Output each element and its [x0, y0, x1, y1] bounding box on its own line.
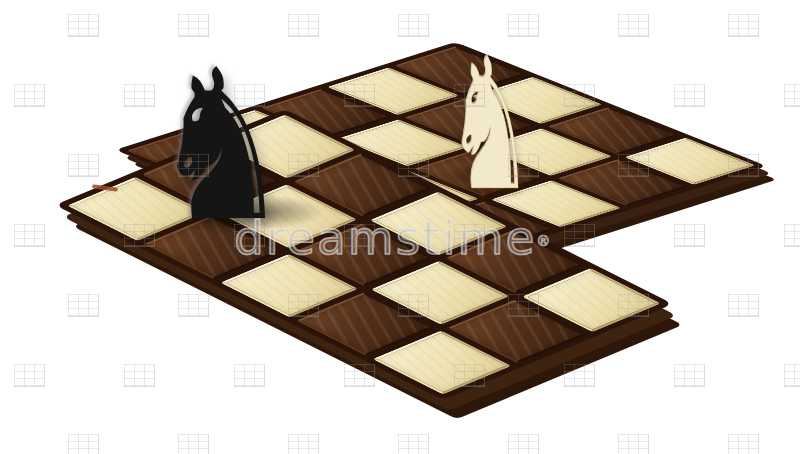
- photo-grid-icon: [674, 224, 705, 247]
- photo-grid-icon: [784, 84, 800, 107]
- photo-grid-icon: [288, 14, 319, 37]
- photo-grid-icon: [178, 434, 209, 454]
- photo-grid-icon: [618, 14, 649, 37]
- photo-grid-icon: [674, 84, 705, 107]
- photo-grid-icon: [564, 364, 595, 387]
- photo-grid-icon: [288, 434, 319, 454]
- photo-grid-icon: [124, 84, 155, 107]
- photo-grid-icon: [68, 294, 99, 317]
- photo-grid-icon: [728, 294, 759, 317]
- photo-grid-icon: [398, 434, 429, 454]
- photo-grid-icon: [344, 364, 375, 387]
- watermark-word: dreamstime: [234, 210, 536, 265]
- photo-grid-icon: [14, 364, 45, 387]
- photo-grid-icon: [68, 154, 99, 177]
- photo-grid-icon: [124, 364, 155, 387]
- photo-grid-icon: [178, 294, 209, 317]
- photo-grid-icon: [508, 434, 539, 454]
- photo-grid-icon: [398, 14, 429, 37]
- photo-grid-icon: [68, 434, 99, 454]
- watermark-text: dreamstime®: [234, 210, 550, 265]
- photo-grid-icon: [68, 14, 99, 37]
- photo-grid-icon: [14, 84, 45, 107]
- photo-grid-icon: [674, 364, 705, 387]
- photo-grid-icon: [784, 364, 800, 387]
- white-knight: ♞: [446, 34, 534, 216]
- photo-grid-icon: [728, 14, 759, 37]
- registered-trademark-icon: ®: [536, 233, 550, 249]
- photo-grid-icon: [728, 434, 759, 454]
- photo-grid-icon: [14, 224, 45, 247]
- photo-grid-icon: [784, 224, 800, 247]
- photo-grid-icon: [234, 364, 265, 387]
- chocolate-chess-photo: ♞ ♞ dreamstime®: [0, 0, 800, 454]
- photo-grid-icon: [618, 434, 649, 454]
